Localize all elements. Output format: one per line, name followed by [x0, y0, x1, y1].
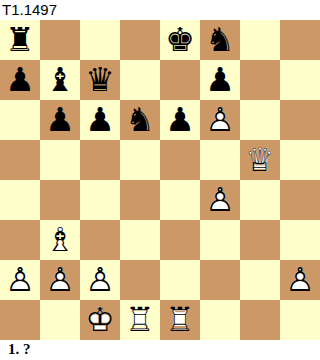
square-f7[interactable]: ♟ — [200, 60, 240, 100]
square-h7[interactable] — [280, 60, 320, 100]
piece-fill: ♜ — [0, 20, 40, 60]
piece-fill: ♞ — [120, 100, 160, 140]
square-b6[interactable]: ♟ — [40, 100, 80, 140]
piece-white-rook: ♜♖ — [120, 300, 160, 340]
piece-outline: ♙ — [280, 260, 320, 300]
square-h8[interactable] — [280, 20, 320, 60]
piece-black-knight: ♞ — [120, 100, 160, 140]
square-g1[interactable] — [240, 300, 280, 340]
piece-black-pawn: ♟ — [200, 60, 240, 100]
piece-black-pawn: ♟ — [40, 100, 80, 140]
piece-outline: ♙ — [40, 260, 80, 300]
piece-black-pawn: ♟ — [160, 100, 200, 140]
square-d6[interactable]: ♞ — [120, 100, 160, 140]
square-d7[interactable] — [120, 60, 160, 100]
piece-white-bishop: ♝♗ — [40, 220, 80, 260]
square-b2[interactable]: ♟♙ — [40, 260, 80, 300]
move-prompt: 1. ? — [0, 340, 320, 360]
square-c2[interactable]: ♟♙ — [80, 260, 120, 300]
square-e5[interactable] — [160, 140, 200, 180]
square-d2[interactable] — [120, 260, 160, 300]
piece-white-rook: ♜♖ — [160, 300, 200, 340]
piece-fill: ♝ — [40, 60, 80, 100]
square-f6[interactable]: ♟♙ — [200, 100, 240, 140]
square-d8[interactable] — [120, 20, 160, 60]
piece-outline: ♕ — [240, 140, 280, 180]
square-d5[interactable] — [120, 140, 160, 180]
piece-outline: ♔ — [80, 300, 120, 340]
piece-outline: ♙ — [80, 260, 120, 300]
square-d4[interactable] — [120, 180, 160, 220]
square-b3[interactable]: ♝♗ — [40, 220, 80, 260]
square-c7[interactable]: ♛ — [80, 60, 120, 100]
square-c1[interactable]: ♚♔ — [80, 300, 120, 340]
piece-white-pawn: ♟♙ — [80, 260, 120, 300]
square-e1[interactable]: ♜♖ — [160, 300, 200, 340]
piece-black-queen: ♛ — [80, 60, 120, 100]
square-a5[interactable] — [0, 140, 40, 180]
square-h4[interactable] — [280, 180, 320, 220]
piece-white-king: ♚♔ — [80, 300, 120, 340]
square-a1[interactable] — [0, 300, 40, 340]
square-h5[interactable] — [280, 140, 320, 180]
square-a3[interactable] — [0, 220, 40, 260]
square-c6[interactable]: ♟ — [80, 100, 120, 140]
square-e3[interactable] — [160, 220, 200, 260]
square-g7[interactable] — [240, 60, 280, 100]
square-f5[interactable] — [200, 140, 240, 180]
square-e8[interactable]: ♚ — [160, 20, 200, 60]
piece-black-bishop: ♝ — [40, 60, 80, 100]
square-e7[interactable] — [160, 60, 200, 100]
square-a2[interactable]: ♟♙ — [0, 260, 40, 300]
square-e4[interactable] — [160, 180, 200, 220]
piece-outline: ♙ — [0, 260, 40, 300]
square-g5[interactable]: ♛♕ — [240, 140, 280, 180]
square-c4[interactable] — [80, 180, 120, 220]
square-b7[interactable]: ♝ — [40, 60, 80, 100]
piece-outline: ♙ — [200, 180, 240, 220]
piece-white-pawn: ♟♙ — [200, 100, 240, 140]
puzzle-id: T1.1497 — [0, 0, 320, 20]
piece-black-rook: ♜ — [0, 20, 40, 60]
square-a8[interactable]: ♜ — [0, 20, 40, 60]
piece-black-pawn: ♟ — [0, 60, 40, 100]
piece-white-pawn: ♟♙ — [200, 180, 240, 220]
square-a6[interactable] — [0, 100, 40, 140]
piece-outline: ♖ — [120, 300, 160, 340]
piece-white-queen: ♛♕ — [240, 140, 280, 180]
square-c5[interactable] — [80, 140, 120, 180]
piece-outline: ♗ — [40, 220, 80, 260]
square-f3[interactable] — [200, 220, 240, 260]
square-g2[interactable] — [240, 260, 280, 300]
piece-black-king: ♚ — [160, 20, 200, 60]
square-f4[interactable]: ♟♙ — [200, 180, 240, 220]
square-b1[interactable] — [40, 300, 80, 340]
square-e2[interactable] — [160, 260, 200, 300]
piece-black-knight: ♞ — [200, 20, 240, 60]
piece-fill: ♟ — [80, 100, 120, 140]
square-a4[interactable] — [0, 180, 40, 220]
square-b4[interactable] — [40, 180, 80, 220]
piece-fill: ♟ — [0, 60, 40, 100]
square-c3[interactable] — [80, 220, 120, 260]
piece-fill: ♟ — [200, 60, 240, 100]
piece-fill: ♟ — [40, 100, 80, 140]
piece-white-pawn: ♟♙ — [0, 260, 40, 300]
piece-fill: ♟ — [160, 100, 200, 140]
square-d1[interactable]: ♜♖ — [120, 300, 160, 340]
square-h2[interactable]: ♟♙ — [280, 260, 320, 300]
square-g6[interactable] — [240, 100, 280, 140]
square-g8[interactable] — [240, 20, 280, 60]
piece-white-pawn: ♟♙ — [40, 260, 80, 300]
piece-outline: ♖ — [160, 300, 200, 340]
square-g4[interactable] — [240, 180, 280, 220]
square-d3[interactable] — [120, 220, 160, 260]
piece-black-pawn: ♟ — [80, 100, 120, 140]
square-f8[interactable]: ♞ — [200, 20, 240, 60]
chess-board: ♜♚♞♟♝♛♟♟♟♞♟♟♙♛♕♟♙♝♗♟♙♟♙♟♙♟♙♚♔♜♖♜♖ — [0, 20, 320, 340]
square-b5[interactable] — [40, 140, 80, 180]
piece-outline: ♙ — [200, 100, 240, 140]
square-a7[interactable]: ♟ — [0, 60, 40, 100]
square-f1[interactable] — [200, 300, 240, 340]
square-h1[interactable] — [280, 300, 320, 340]
square-b8[interactable] — [40, 20, 80, 60]
square-e6[interactable]: ♟ — [160, 100, 200, 140]
piece-fill: ♚ — [160, 20, 200, 60]
square-h6[interactable] — [280, 100, 320, 140]
square-c8[interactable] — [80, 20, 120, 60]
piece-fill: ♛ — [80, 60, 120, 100]
piece-fill: ♞ — [200, 20, 240, 60]
piece-white-pawn: ♟♙ — [280, 260, 320, 300]
square-f2[interactable] — [200, 260, 240, 300]
square-h3[interactable] — [280, 220, 320, 260]
square-g3[interactable] — [240, 220, 280, 260]
